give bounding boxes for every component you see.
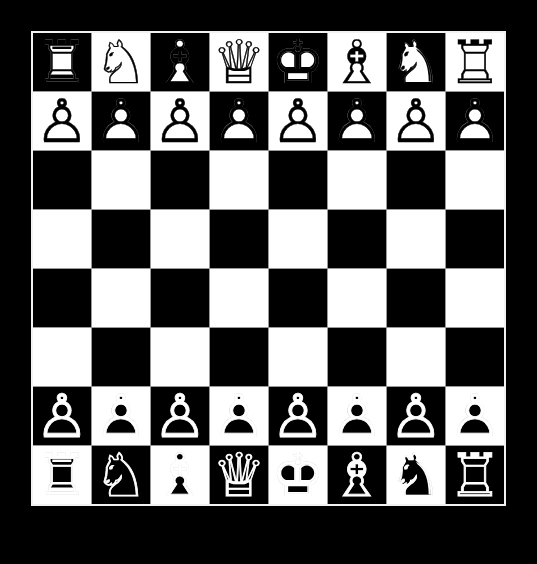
square-f7[interactable]: ♟♙ xyxy=(328,92,386,150)
white-bishop-icon[interactable]: ♝♗ xyxy=(328,33,386,91)
square-e7[interactable]: ♟♙ xyxy=(269,92,327,150)
square-d6[interactable] xyxy=(210,151,268,209)
piece-fill-glyph: ♟ xyxy=(33,92,91,150)
square-e4[interactable] xyxy=(269,269,327,327)
piece-fill-glyph: ♞ xyxy=(92,446,150,504)
square-h3[interactable] xyxy=(446,328,504,386)
piece-outline-glyph: ♘ xyxy=(92,33,150,91)
piece-outline-glyph: ♘ xyxy=(92,446,150,504)
piece-fill-glyph: ♝ xyxy=(328,446,386,504)
square-c3[interactable] xyxy=(151,328,209,386)
square-h2[interactable]: ♟♙ xyxy=(446,387,504,445)
black-pawn-icon[interactable]: ♟♙ xyxy=(92,387,150,445)
white-pawn-icon[interactable]: ♟♙ xyxy=(269,92,327,150)
square-b4[interactable] xyxy=(92,269,150,327)
black-pawn-icon[interactable]: ♟♙ xyxy=(387,387,445,445)
piece-outline-glyph: ♙ xyxy=(92,387,150,445)
square-g2[interactable]: ♟♙ xyxy=(387,387,445,445)
black-pawn-icon[interactable]: ♟♙ xyxy=(269,387,327,445)
white-rook-icon[interactable]: ♜♖ xyxy=(446,33,504,91)
white-knight-icon[interactable]: ♞♘ xyxy=(387,33,445,91)
piece-outline-glyph: ♖ xyxy=(446,33,504,91)
piece-fill-glyph: ♟ xyxy=(328,387,386,445)
piece-fill-glyph: ♟ xyxy=(210,92,268,150)
square-f3[interactable] xyxy=(328,328,386,386)
square-c1[interactable]: ♝♗ xyxy=(151,446,209,504)
piece-outline-glyph: ♗ xyxy=(328,446,386,504)
white-pawn-icon[interactable]: ♟♙ xyxy=(210,92,268,150)
square-g8[interactable]: ♞♘ xyxy=(387,33,445,91)
piece-outline-glyph: ♙ xyxy=(210,387,268,445)
square-f1[interactable]: ♝♗ xyxy=(328,446,386,504)
piece-fill-glyph: ♟ xyxy=(269,92,327,150)
piece-outline-glyph: ♙ xyxy=(328,92,386,150)
piece-outline-glyph: ♙ xyxy=(151,92,209,150)
piece-fill-glyph: ♜ xyxy=(446,446,504,504)
black-knight-icon[interactable]: ♞♘ xyxy=(387,446,445,504)
black-pawn-icon[interactable]: ♟♙ xyxy=(33,387,91,445)
square-a4[interactable] xyxy=(33,269,91,327)
piece-outline-glyph: ♗ xyxy=(151,33,209,91)
piece-fill-glyph: ♟ xyxy=(387,92,445,150)
piece-outline-glyph: ♖ xyxy=(33,446,91,504)
black-pawn-icon[interactable]: ♟♙ xyxy=(210,387,268,445)
piece-fill-glyph: ♟ xyxy=(92,387,150,445)
black-rook-icon[interactable]: ♜♖ xyxy=(33,446,91,504)
square-h7[interactable]: ♟♙ xyxy=(446,92,504,150)
square-b2[interactable]: ♟♙ xyxy=(92,387,150,445)
square-f6[interactable] xyxy=(328,151,386,209)
square-b8[interactable]: ♞♘ xyxy=(92,33,150,91)
piece-outline-glyph: ♕ xyxy=(210,446,268,504)
square-d5[interactable] xyxy=(210,210,268,268)
square-a6[interactable] xyxy=(33,151,91,209)
square-e1[interactable]: ♚♔ xyxy=(269,446,327,504)
square-d1[interactable]: ♛♕ xyxy=(210,446,268,504)
piece-fill-glyph: ♟ xyxy=(446,387,504,445)
square-a3[interactable] xyxy=(33,328,91,386)
square-g6[interactable] xyxy=(387,151,445,209)
piece-fill-glyph: ♟ xyxy=(210,387,268,445)
piece-outline-glyph: ♙ xyxy=(33,92,91,150)
black-rook-icon[interactable]: ♜♖ xyxy=(446,446,504,504)
black-queen-icon[interactable]: ♛♕ xyxy=(210,446,268,504)
piece-outline-glyph: ♔ xyxy=(269,33,327,91)
black-pawn-icon[interactable]: ♟♙ xyxy=(328,387,386,445)
black-pawn-icon[interactable]: ♟♙ xyxy=(151,387,209,445)
square-d3[interactable] xyxy=(210,328,268,386)
chessboard: ♜♖♞♘♝♗♛♕♚♔♝♗♞♘♜♖♟♙♟♙♟♙♟♙♟♙♟♙♟♙♟♙♟♙♟♙♟♙♟♙… xyxy=(31,31,506,506)
piece-fill-glyph: ♟ xyxy=(387,387,445,445)
square-c8[interactable]: ♝♗ xyxy=(151,33,209,91)
white-bishop-icon[interactable]: ♝♗ xyxy=(151,33,209,91)
square-g3[interactable] xyxy=(387,328,445,386)
square-h8[interactable]: ♜♖ xyxy=(446,33,504,91)
square-d7[interactable]: ♟♙ xyxy=(210,92,268,150)
square-e2[interactable]: ♟♙ xyxy=(269,387,327,445)
piece-fill-glyph: ♞ xyxy=(92,33,150,91)
square-f4[interactable] xyxy=(328,269,386,327)
piece-fill-glyph: ♟ xyxy=(446,92,504,150)
square-a7[interactable]: ♟♙ xyxy=(33,92,91,150)
square-e6[interactable] xyxy=(269,151,327,209)
square-e5[interactable] xyxy=(269,210,327,268)
piece-fill-glyph: ♞ xyxy=(387,446,445,504)
square-g5[interactable] xyxy=(387,210,445,268)
piece-outline-glyph: ♙ xyxy=(446,92,504,150)
square-h5[interactable] xyxy=(446,210,504,268)
piece-fill-glyph: ♟ xyxy=(151,92,209,150)
piece-outline-glyph: ♔ xyxy=(269,446,327,504)
square-b6[interactable] xyxy=(92,151,150,209)
piece-outline-glyph: ♙ xyxy=(446,387,504,445)
piece-outline-glyph: ♙ xyxy=(151,387,209,445)
square-f5[interactable] xyxy=(328,210,386,268)
square-h1[interactable]: ♜♖ xyxy=(446,446,504,504)
square-f2[interactable]: ♟♙ xyxy=(328,387,386,445)
black-bishop-icon[interactable]: ♝♗ xyxy=(328,446,386,504)
piece-outline-glyph: ♘ xyxy=(387,33,445,91)
black-pawn-icon[interactable]: ♟♙ xyxy=(446,387,504,445)
piece-fill-glyph: ♜ xyxy=(446,33,504,91)
square-f8[interactable]: ♝♗ xyxy=(328,33,386,91)
white-pawn-icon[interactable]: ♟♙ xyxy=(33,92,91,150)
black-bishop-icon[interactable]: ♝♗ xyxy=(151,446,209,504)
piece-fill-glyph: ♚ xyxy=(269,33,327,91)
square-c7[interactable]: ♟♙ xyxy=(151,92,209,150)
square-c6[interactable] xyxy=(151,151,209,209)
square-b5[interactable] xyxy=(92,210,150,268)
screen-background: ♜♖♞♘♝♗♛♕♚♔♝♗♞♘♜♖♟♙♟♙♟♙♟♙♟♙♟♙♟♙♟♙♟♙♟♙♟♙♟♙… xyxy=(0,0,537,564)
square-a2[interactable]: ♟♙ xyxy=(33,387,91,445)
square-d2[interactable]: ♟♙ xyxy=(210,387,268,445)
piece-outline-glyph: ♖ xyxy=(33,33,91,91)
piece-fill-glyph: ♛ xyxy=(210,33,268,91)
piece-outline-glyph: ♙ xyxy=(92,92,150,150)
piece-fill-glyph: ♝ xyxy=(151,33,209,91)
black-knight-icon[interactable]: ♞♘ xyxy=(92,446,150,504)
square-c2[interactable]: ♟♙ xyxy=(151,387,209,445)
piece-fill-glyph: ♞ xyxy=(387,33,445,91)
piece-fill-glyph: ♟ xyxy=(151,387,209,445)
square-e3[interactable] xyxy=(269,328,327,386)
white-knight-icon[interactable]: ♞♘ xyxy=(92,33,150,91)
square-a5[interactable] xyxy=(33,210,91,268)
piece-outline-glyph: ♙ xyxy=(387,92,445,150)
piece-outline-glyph: ♕ xyxy=(210,33,268,91)
piece-fill-glyph: ♟ xyxy=(269,387,327,445)
white-rook-icon[interactable]: ♜♖ xyxy=(33,33,91,91)
piece-fill-glyph: ♜ xyxy=(33,33,91,91)
white-pawn-icon[interactable]: ♟♙ xyxy=(92,92,150,150)
square-d8[interactable]: ♛♕ xyxy=(210,33,268,91)
square-d4[interactable] xyxy=(210,269,268,327)
piece-fill-glyph: ♟ xyxy=(328,92,386,150)
piece-outline-glyph: ♗ xyxy=(151,446,209,504)
piece-outline-glyph: ♙ xyxy=(387,387,445,445)
square-h6[interactable] xyxy=(446,151,504,209)
piece-fill-glyph: ♟ xyxy=(33,387,91,445)
piece-outline-glyph: ♙ xyxy=(328,387,386,445)
piece-outline-glyph: ♖ xyxy=(446,446,504,504)
white-pawn-icon[interactable]: ♟♙ xyxy=(387,92,445,150)
piece-outline-glyph: ♙ xyxy=(269,92,327,150)
square-a1[interactable]: ♜♖ xyxy=(33,446,91,504)
piece-fill-glyph: ♝ xyxy=(328,33,386,91)
white-pawn-icon[interactable]: ♟♙ xyxy=(446,92,504,150)
white-queen-icon[interactable]: ♛♕ xyxy=(210,33,268,91)
piece-fill-glyph: ♟ xyxy=(92,92,150,150)
piece-fill-glyph: ♚ xyxy=(269,446,327,504)
white-king-icon[interactable]: ♚♔ xyxy=(269,33,327,91)
piece-outline-glyph: ♙ xyxy=(210,92,268,150)
square-c5[interactable] xyxy=(151,210,209,268)
square-c4[interactable] xyxy=(151,269,209,327)
piece-fill-glyph: ♛ xyxy=(210,446,268,504)
square-b1[interactable]: ♞♘ xyxy=(92,446,150,504)
square-a8[interactable]: ♜♖ xyxy=(33,33,91,91)
square-b7[interactable]: ♟♙ xyxy=(92,92,150,150)
piece-fill-glyph: ♝ xyxy=(151,446,209,504)
piece-outline-glyph: ♘ xyxy=(387,446,445,504)
square-g4[interactable] xyxy=(387,269,445,327)
white-pawn-icon[interactable]: ♟♙ xyxy=(328,92,386,150)
piece-outline-glyph: ♙ xyxy=(33,387,91,445)
square-b3[interactable] xyxy=(92,328,150,386)
square-h4[interactable] xyxy=(446,269,504,327)
square-e8[interactable]: ♚♔ xyxy=(269,33,327,91)
square-g1[interactable]: ♞♘ xyxy=(387,446,445,504)
piece-outline-glyph: ♙ xyxy=(269,387,327,445)
black-king-icon[interactable]: ♚♔ xyxy=(269,446,327,504)
white-pawn-icon[interactable]: ♟♙ xyxy=(151,92,209,150)
piece-outline-glyph: ♗ xyxy=(328,33,386,91)
piece-fill-glyph: ♜ xyxy=(33,446,91,504)
square-g7[interactable]: ♟♙ xyxy=(387,92,445,150)
